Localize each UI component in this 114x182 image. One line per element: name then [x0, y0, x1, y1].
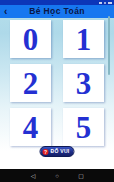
nav-home-icon[interactable]: ○ [54, 173, 61, 179]
number-card-3[interactable]: 3 [63, 64, 104, 102]
quiz-button[interactable]: ? ĐỐ VUI [39, 146, 74, 157]
page-title: Bé Học Toán [29, 7, 85, 16]
app-bar: ‹ Bé Học Toán [0, 5, 114, 18]
content-area: 0 1 2 3 4 5 ? ĐỐ VUI [0, 18, 114, 169]
number-card-1[interactable]: 1 [63, 20, 104, 58]
battery-icon [108, 2, 112, 4]
number-grid: 0 1 2 3 4 5 [10, 20, 104, 146]
number-card-5[interactable]: 5 [63, 108, 104, 146]
scrollbar[interactable] [108, 16, 110, 75]
quiz-question-icon: ? [42, 149, 48, 155]
android-nav-bar: ◁ ○ ▢ [0, 169, 114, 182]
number-card-0[interactable]: 0 [10, 20, 51, 58]
number-card-4[interactable]: 4 [10, 108, 51, 146]
app-screen: ‹ Bé Học Toán 0 1 2 3 4 5 ? ĐỐ VUI ◁ ○ ▢ [0, 0, 114, 182]
number-card-2[interactable]: 2 [10, 64, 51, 102]
quiz-button-label: ĐỐ VUI [50, 149, 69, 154]
nav-back-icon[interactable]: ◁ [30, 173, 37, 179]
signal-icon [99, 2, 102, 4]
back-chevron-icon[interactable]: ‹ [2, 5, 9, 18]
nav-recents-icon[interactable]: ▢ [78, 173, 85, 179]
notification-dot-icon [104, 2, 106, 4]
